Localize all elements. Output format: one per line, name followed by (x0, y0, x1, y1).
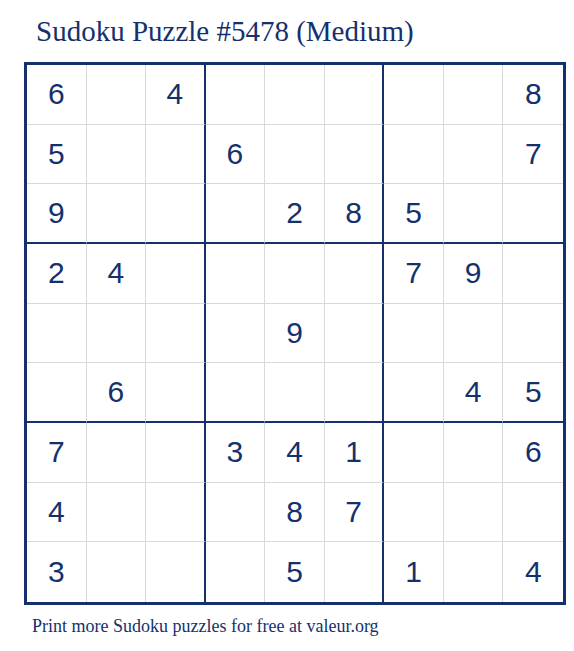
cell-r4c8[interactable]: 9 (444, 244, 504, 304)
cell-r9c5[interactable]: 5 (265, 542, 325, 602)
cell-r2c3[interactable] (146, 125, 206, 185)
cell-r8c7[interactable] (384, 483, 444, 543)
cell-r2c1[interactable]: 5 (27, 125, 87, 185)
cell-r3c7[interactable]: 5 (384, 184, 444, 244)
cell-r7c1[interactable]: 7 (27, 423, 87, 483)
footer-text: Print more Sudoku puzzles for free at va… (32, 616, 379, 637)
cell-r4c4[interactable] (206, 244, 266, 304)
cell-r2c4[interactable]: 6 (206, 125, 266, 185)
cell-r7c3[interactable] (146, 423, 206, 483)
cell-r6c7[interactable] (384, 363, 444, 423)
cell-r3c5[interactable]: 2 (265, 184, 325, 244)
cell-r2c8[interactable] (444, 125, 504, 185)
cell-r1c5[interactable] (265, 65, 325, 125)
cell-r1c2[interactable] (87, 65, 147, 125)
cell-r8c4[interactable] (206, 483, 266, 543)
cell-r8c6[interactable]: 7 (325, 483, 385, 543)
sudoku-board: 648567928524799645734164873514 (24, 62, 566, 605)
cell-r4c5[interactable] (265, 244, 325, 304)
cell-r2c9[interactable]: 7 (503, 125, 563, 185)
cell-r5c5[interactable]: 9 (265, 304, 325, 364)
cell-r9c9[interactable]: 4 (503, 542, 563, 602)
cell-r1c1[interactable]: 6 (27, 65, 87, 125)
cell-r9c4[interactable] (206, 542, 266, 602)
cell-r6c6[interactable] (325, 363, 385, 423)
sudoku-page: Sudoku Puzzle #5478 (Medium) 64856792852… (0, 0, 574, 651)
cell-r1c9[interactable]: 8 (503, 65, 563, 125)
cell-r4c6[interactable] (325, 244, 385, 304)
cell-r6c9[interactable]: 5 (503, 363, 563, 423)
cell-r5c2[interactable] (87, 304, 147, 364)
cell-r4c2[interactable]: 4 (87, 244, 147, 304)
cell-r7c8[interactable] (444, 423, 504, 483)
cell-r1c4[interactable] (206, 65, 266, 125)
cell-r8c8[interactable] (444, 483, 504, 543)
cell-r2c7[interactable] (384, 125, 444, 185)
cell-r9c3[interactable] (146, 542, 206, 602)
cell-r3c4[interactable] (206, 184, 266, 244)
cell-r5c1[interactable] (27, 304, 87, 364)
cell-r5c4[interactable] (206, 304, 266, 364)
cell-r9c8[interactable] (444, 542, 504, 602)
cell-r9c1[interactable]: 3 (27, 542, 87, 602)
cell-r3c6[interactable]: 8 (325, 184, 385, 244)
cell-r7c7[interactable] (384, 423, 444, 483)
cell-r5c7[interactable] (384, 304, 444, 364)
cell-r7c2[interactable] (87, 423, 147, 483)
cell-r5c6[interactable] (325, 304, 385, 364)
cell-r4c1[interactable]: 2 (27, 244, 87, 304)
cell-r7c4[interactable]: 3 (206, 423, 266, 483)
cell-r3c8[interactable] (444, 184, 504, 244)
cell-r2c5[interactable] (265, 125, 325, 185)
cell-r6c3[interactable] (146, 363, 206, 423)
cell-r3c2[interactable] (87, 184, 147, 244)
cell-r4c9[interactable] (503, 244, 563, 304)
page-title: Sudoku Puzzle #5478 (Medium) (36, 15, 414, 48)
cell-r3c9[interactable] (503, 184, 563, 244)
cell-r8c5[interactable]: 8 (265, 483, 325, 543)
cell-r8c3[interactable] (146, 483, 206, 543)
cell-r7c6[interactable]: 1 (325, 423, 385, 483)
cell-r9c2[interactable] (87, 542, 147, 602)
cell-r5c3[interactable] (146, 304, 206, 364)
cell-r1c6[interactable] (325, 65, 385, 125)
cell-r6c1[interactable] (27, 363, 87, 423)
cell-r1c3[interactable]: 4 (146, 65, 206, 125)
cell-r2c6[interactable] (325, 125, 385, 185)
cell-r4c7[interactable]: 7 (384, 244, 444, 304)
cell-r2c2[interactable] (87, 125, 147, 185)
cell-r1c8[interactable] (444, 65, 504, 125)
cell-r9c7[interactable]: 1 (384, 542, 444, 602)
cell-r6c4[interactable] (206, 363, 266, 423)
cell-r6c2[interactable]: 6 (87, 363, 147, 423)
cell-r3c3[interactable] (146, 184, 206, 244)
cell-r7c5[interactable]: 4 (265, 423, 325, 483)
cell-r6c8[interactable]: 4 (444, 363, 504, 423)
cell-r8c9[interactable] (503, 483, 563, 543)
cell-r5c8[interactable] (444, 304, 504, 364)
cell-r1c7[interactable] (384, 65, 444, 125)
cell-r7c9[interactable]: 6 (503, 423, 563, 483)
cell-r4c3[interactable] (146, 244, 206, 304)
cell-r8c2[interactable] (87, 483, 147, 543)
cell-r6c5[interactable] (265, 363, 325, 423)
cell-r8c1[interactable]: 4 (27, 483, 87, 543)
cell-r9c6[interactable] (325, 542, 385, 602)
cell-r3c1[interactable]: 9 (27, 184, 87, 244)
cell-r5c9[interactable] (503, 304, 563, 364)
